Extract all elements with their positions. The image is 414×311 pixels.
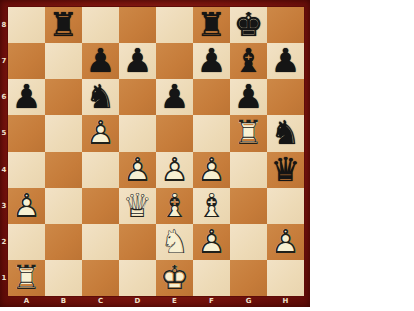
file-label-e: E <box>156 296 193 307</box>
piece-white-pawn[interactable]: ♟♙ <box>267 224 304 260</box>
rank-label-2: 2 <box>0 225 8 261</box>
square-g4[interactable] <box>230 152 267 188</box>
square-b4[interactable] <box>45 152 82 188</box>
white-piece-outline-layer: ♙ <box>12 189 42 222</box>
square-e5[interactable] <box>156 115 193 151</box>
white-piece-outline-layer: ♕ <box>123 189 153 222</box>
white-piece-outline-layer: ♙ <box>197 152 227 185</box>
square-f7[interactable]: ♟ <box>193 43 230 79</box>
piece-black-pawn[interactable]: ♟ <box>8 79 45 115</box>
square-g7[interactable]: ♝ <box>230 43 267 79</box>
rank-label-7: 7 <box>0 43 8 79</box>
square-e4[interactable]: ♟♙ <box>156 152 193 188</box>
piece-white-pawn[interactable]: ♟♙ <box>193 152 230 188</box>
black-piece-fill-layer: ♛ <box>271 152 301 185</box>
square-a2[interactable] <box>8 224 45 260</box>
square-c3[interactable] <box>82 188 119 224</box>
square-g2[interactable] <box>230 224 267 260</box>
white-piece-outline-layer: ♘ <box>160 225 190 258</box>
square-a1[interactable]: ♜♖ <box>8 260 45 296</box>
square-g5[interactable]: ♜♖ <box>230 115 267 151</box>
square-h6[interactable] <box>267 79 304 115</box>
file-label-c: C <box>82 296 119 307</box>
piece-white-bishop[interactable]: ♝♗ <box>156 188 193 224</box>
piece-black-rook[interactable]: ♜ <box>193 7 230 43</box>
square-e1[interactable]: ♚♔ <box>156 260 193 296</box>
square-h7[interactable]: ♟ <box>267 43 304 79</box>
white-piece-outline-layer: ♗ <box>160 189 190 222</box>
white-piece-outline-layer: ♙ <box>123 152 153 185</box>
square-c6[interactable]: ♞ <box>82 79 119 115</box>
piece-black-rook[interactable]: ♜ <box>45 7 82 43</box>
black-piece-fill-layer: ♟ <box>234 80 264 113</box>
square-e6[interactable]: ♟ <box>156 79 193 115</box>
square-g1[interactable] <box>230 260 267 296</box>
piece-white-bishop[interactable]: ♝♗ <box>193 188 230 224</box>
file-labels: ABCDEFGH <box>8 296 304 307</box>
black-piece-fill-layer: ♞ <box>271 116 301 149</box>
square-b7[interactable] <box>45 43 82 79</box>
piece-black-pawn[interactable]: ♟ <box>82 43 119 79</box>
piece-white-pawn[interactable]: ♟♙ <box>156 152 193 188</box>
rank-label-8: 8 <box>0 7 8 43</box>
white-piece-outline-layer: ♙ <box>197 225 227 258</box>
square-b8[interactable]: ♜ <box>45 7 82 43</box>
square-c5[interactable]: ♟♙ <box>82 115 119 151</box>
file-label-h: H <box>267 296 304 307</box>
black-piece-fill-layer: ♟ <box>197 44 227 77</box>
black-piece-fill-layer: ♚ <box>234 8 264 41</box>
piece-black-queen[interactable]: ♛ <box>267 152 304 188</box>
black-piece-fill-layer: ♟ <box>160 80 190 113</box>
square-h4[interactable]: ♛ <box>267 152 304 188</box>
piece-black-pawn[interactable]: ♟ <box>267 43 304 79</box>
screenshot-canvas: 87654321 ♜♜♚♟♟♟♝♟♟♞♟♟♟♙♜♖♞♟♙♟♙♟♙♛♟♙♛♕♝♗♝… <box>0 0 414 311</box>
rank-label-4: 4 <box>0 152 8 188</box>
square-c4[interactable] <box>82 152 119 188</box>
file-label-b: B <box>45 296 82 307</box>
square-b3[interactable] <box>45 188 82 224</box>
square-b5[interactable] <box>45 115 82 151</box>
black-piece-fill-layer: ♝ <box>234 44 264 77</box>
square-a8[interactable] <box>8 7 45 43</box>
rank-label-5: 5 <box>0 116 8 152</box>
piece-black-bishop[interactable]: ♝ <box>230 43 267 79</box>
square-h3[interactable] <box>267 188 304 224</box>
file-label-f: F <box>193 296 230 307</box>
square-h2[interactable]: ♟♙ <box>267 224 304 260</box>
square-e2[interactable]: ♞♘ <box>156 224 193 260</box>
square-e8[interactable] <box>156 7 193 43</box>
rank-label-1: 1 <box>0 261 8 297</box>
square-h1[interactable] <box>267 260 304 296</box>
rank-labels: 87654321 <box>0 7 8 297</box>
white-piece-outline-layer: ♖ <box>234 116 264 149</box>
piece-black-king[interactable]: ♚ <box>230 7 267 43</box>
piece-white-pawn[interactable]: ♟♙ <box>8 188 45 224</box>
piece-white-pawn[interactable]: ♟♙ <box>82 115 119 151</box>
white-piece-outline-layer: ♗ <box>197 189 227 222</box>
white-piece-outline-layer: ♙ <box>160 152 190 185</box>
square-c7[interactable]: ♟ <box>82 43 119 79</box>
rank-label-3: 3 <box>0 188 8 224</box>
square-h8[interactable] <box>267 7 304 43</box>
piece-black-pawn[interactable]: ♟ <box>193 43 230 79</box>
piece-white-king[interactable]: ♚♔ <box>156 260 193 296</box>
square-b6[interactable] <box>45 79 82 115</box>
black-piece-fill-layer: ♟ <box>123 44 153 77</box>
square-d1[interactable] <box>119 260 156 296</box>
square-g8[interactable]: ♚ <box>230 7 267 43</box>
black-piece-fill-layer: ♜ <box>197 8 227 41</box>
square-d7[interactable]: ♟ <box>119 43 156 79</box>
piece-black-pawn[interactable]: ♟ <box>230 79 267 115</box>
square-d5[interactable] <box>119 115 156 151</box>
square-c2[interactable] <box>82 224 119 260</box>
square-c8[interactable] <box>82 7 119 43</box>
piece-black-pawn[interactable]: ♟ <box>156 79 193 115</box>
square-f3[interactable]: ♝♗ <box>193 188 230 224</box>
chess-board: ♜♜♚♟♟♟♝♟♟♞♟♟♟♙♜♖♞♟♙♟♙♟♙♛♟♙♛♕♝♗♝♗♞♘♟♙♟♙♜♖… <box>8 7 304 296</box>
white-piece-outline-layer: ♔ <box>160 261 190 294</box>
square-d2[interactable] <box>119 224 156 260</box>
piece-black-knight[interactable]: ♞ <box>267 115 304 151</box>
square-f1[interactable] <box>193 260 230 296</box>
square-e7[interactable] <box>156 43 193 79</box>
black-piece-fill-layer: ♟ <box>12 80 42 113</box>
square-f2[interactable]: ♟♙ <box>193 224 230 260</box>
file-label-a: A <box>8 296 45 307</box>
square-a5[interactable] <box>8 115 45 151</box>
square-c1[interactable] <box>82 260 119 296</box>
white-piece-outline-layer: ♙ <box>271 225 301 258</box>
white-piece-outline-layer: ♙ <box>86 116 116 149</box>
square-d3[interactable]: ♛♕ <box>119 188 156 224</box>
black-piece-fill-layer: ♜ <box>49 8 79 41</box>
chess-board-frame: 87654321 ♜♜♚♟♟♟♝♟♟♞♟♟♟♙♜♖♞♟♙♟♙♟♙♛♟♙♛♕♝♗♝… <box>0 0 310 307</box>
square-g3[interactable] <box>230 188 267 224</box>
square-h5[interactable]: ♞ <box>267 115 304 151</box>
file-label-g: G <box>230 296 267 307</box>
piece-black-knight[interactable]: ♞ <box>82 79 119 115</box>
black-piece-fill-layer: ♞ <box>86 80 116 113</box>
square-e3[interactable]: ♝♗ <box>156 188 193 224</box>
piece-white-pawn[interactable]: ♟♙ <box>193 224 230 260</box>
piece-white-queen[interactable]: ♛♕ <box>119 188 156 224</box>
square-f8[interactable]: ♜ <box>193 7 230 43</box>
black-piece-fill-layer: ♟ <box>271 44 301 77</box>
square-a4[interactable] <box>8 152 45 188</box>
piece-black-pawn[interactable]: ♟ <box>119 43 156 79</box>
piece-white-knight[interactable]: ♞♘ <box>156 224 193 260</box>
white-piece-outline-layer: ♖ <box>12 261 42 294</box>
square-a6[interactable]: ♟ <box>8 79 45 115</box>
square-f5[interactable] <box>193 115 230 151</box>
square-d8[interactable] <box>119 7 156 43</box>
square-b2[interactable] <box>45 224 82 260</box>
square-f6[interactable] <box>193 79 230 115</box>
square-d4[interactable]: ♟♙ <box>119 152 156 188</box>
square-a7[interactable] <box>8 43 45 79</box>
square-f4[interactable]: ♟♙ <box>193 152 230 188</box>
square-b1[interactable] <box>45 260 82 296</box>
square-g6[interactable]: ♟ <box>230 79 267 115</box>
rank-label-6: 6 <box>0 80 8 116</box>
file-label-d: D <box>119 296 156 307</box>
piece-white-rook[interactable]: ♜♖ <box>230 115 267 151</box>
piece-white-rook[interactable]: ♜♖ <box>8 260 45 296</box>
black-piece-fill-layer: ♟ <box>86 44 116 77</box>
piece-white-pawn[interactable]: ♟♙ <box>119 152 156 188</box>
square-d6[interactable] <box>119 79 156 115</box>
square-a3[interactable]: ♟♙ <box>8 188 45 224</box>
